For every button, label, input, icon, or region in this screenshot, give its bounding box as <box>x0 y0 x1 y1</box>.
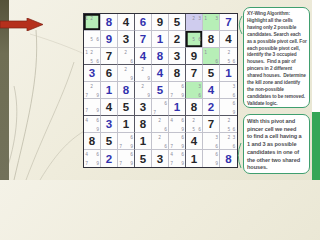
cell-r6c3[interactable]: 5 <box>118 99 135 116</box>
candidate-marks: 26 <box>152 116 168 132</box>
candidate-marks: 69 <box>203 150 219 167</box>
candidate-6: 6 <box>130 152 133 157</box>
candidate-3: 3 <box>198 16 201 21</box>
candidate-marks: 267 <box>152 133 168 149</box>
cell-r1c2[interactable]: 8 <box>101 14 118 31</box>
candidate-9: 9 <box>181 93 184 98</box>
candidate-5: 5 <box>193 127 196 132</box>
given-digit: 5 <box>169 14 185 30</box>
cell-r3c8[interactable]: 16 <box>203 48 220 65</box>
candidate-9: 9 <box>96 108 99 113</box>
given-digit: 3 <box>169 48 185 64</box>
candidate-marks: 56 <box>186 31 202 47</box>
candidate-2: 2 <box>227 50 230 55</box>
candidate-3: 3 <box>198 84 201 89</box>
cell-r9c9[interactable]: 8 <box>220 150 237 167</box>
cell-r9c1[interactable]: 4679 <box>84 150 101 167</box>
given-digit: 8 <box>84 133 100 149</box>
cell-r8c3[interactable]: 679 <box>118 133 135 150</box>
cell-r3c5[interactable]: 8 <box>152 48 169 65</box>
cell-r7c6[interactable]: 469 <box>169 116 186 133</box>
candidate-6: 6 <box>181 84 184 89</box>
candidate-marks: 4679 <box>169 150 185 167</box>
cell-r6c4[interactable]: 3 <box>135 99 152 116</box>
cell-r5c6[interactable]: 679 <box>169 82 186 99</box>
sudoku-board: 1284695231375693712568412567264839162563… <box>83 13 238 168</box>
cell-r4c1[interactable]: 3 <box>84 65 101 82</box>
cell-r3c2[interactable]: 7 <box>101 48 118 65</box>
candidate-marks: 16 <box>203 48 219 64</box>
candidate-5: 5 <box>91 37 94 42</box>
candidate-6: 6 <box>215 152 218 157</box>
candidate-2: 2 <box>193 16 196 21</box>
candidate-6: 6 <box>96 59 99 64</box>
cell-r9c4[interactable]: 5 <box>135 150 152 167</box>
candidate-7: 7 <box>85 161 88 166</box>
solved-digit: 4 <box>203 82 219 98</box>
solved-digit: 7 <box>220 14 237 30</box>
cell-r7c2[interactable]: 3 <box>101 116 118 133</box>
candidate-2: 2 <box>91 16 94 21</box>
candidate-9: 9 <box>215 161 218 166</box>
candidate-5: 5 <box>227 59 230 64</box>
candidate-marks: 69 <box>220 99 237 115</box>
candidate-2: 2 <box>227 135 230 140</box>
cell-r3c7[interactable]: 9 <box>186 48 203 65</box>
candidate-marks: 67 <box>152 99 168 115</box>
candidate-3: 3 <box>233 135 236 140</box>
candidate-9: 9 <box>130 144 133 149</box>
given-digit: 7 <box>203 116 219 132</box>
given-digit: 8 <box>169 65 185 81</box>
candidate-3: 3 <box>215 16 218 21</box>
candidate-2: 2 <box>142 67 145 72</box>
cell-r7c7[interactable]: 256 <box>186 116 203 133</box>
solved-digit: 4 <box>152 65 168 81</box>
cell-r7c9[interactable]: 2569 <box>220 116 237 133</box>
candidate-9: 9 <box>181 161 184 166</box>
cell-r3c3[interactable]: 26 <box>118 48 135 65</box>
candidate-6: 6 <box>130 59 133 64</box>
cell-r2c3[interactable]: 3 <box>118 31 135 48</box>
candidate-marks: 13 <box>203 14 219 30</box>
cell-r4c7[interactable]: 7 <box>186 65 203 82</box>
candidate-marks: 12 <box>84 14 100 30</box>
candidate-9: 9 <box>181 144 184 149</box>
cell-r2c1[interactable]: 56 <box>84 31 101 48</box>
candidate-3: 3 <box>233 84 236 89</box>
candidate-6: 6 <box>181 135 184 140</box>
candidate-2: 2 <box>91 50 94 55</box>
cell-r1c9[interactable]: 7 <box>220 14 237 31</box>
candidate-9: 9 <box>96 93 99 98</box>
cell-r7c3[interactable]: 1 <box>118 116 135 133</box>
cell-r4c2[interactable]: 6 <box>101 65 118 82</box>
candidate-6: 6 <box>233 93 236 98</box>
solved-digit: 8 <box>118 82 134 98</box>
candidate-marks: 29 <box>118 65 134 81</box>
solved-digit: 8 <box>101 14 117 30</box>
solved-digit: 9 <box>101 31 117 47</box>
cell-r1c5[interactable]: 9 <box>152 14 169 31</box>
candidate-2: 2 <box>193 118 196 123</box>
solved-digit: 1 <box>152 31 168 47</box>
candidate-marks: 23 <box>186 14 202 30</box>
candidate-2: 2 <box>125 67 128 72</box>
cell-r1c6[interactable]: 5 <box>169 14 186 31</box>
candidate-marks: 279 <box>84 82 100 98</box>
given-digit: 1 <box>118 116 134 132</box>
candidate-marks: 2369 <box>220 133 237 149</box>
cell-r6c8[interactable]: 2 <box>203 99 220 116</box>
candidate-9: 9 <box>147 76 150 81</box>
candidate-marks: 79 <box>84 99 100 115</box>
cell-r8c7[interactable]: 4 <box>186 133 203 150</box>
candidate-6: 6 <box>233 144 236 149</box>
solved-digit: 3 <box>84 65 100 81</box>
cell-r1c1[interactable]: 12 <box>84 14 101 31</box>
candidate-marks: 4679 <box>84 150 100 167</box>
candidate-marks: 29 <box>135 65 151 81</box>
candidate-marks: 679 <box>169 82 185 98</box>
cell-r2c5[interactable]: 1 <box>152 31 169 48</box>
cell-r2c8[interactable]: 8 <box>203 31 220 48</box>
cell-r4c4[interactable]: 29 <box>135 65 152 82</box>
cell-r4c5[interactable]: 4 <box>152 65 169 82</box>
cell-r1c7[interactable]: 23 <box>186 14 203 31</box>
cell-r2c2[interactable]: 9 <box>101 31 118 48</box>
candidate-2: 2 <box>142 84 145 89</box>
candidate-7: 7 <box>85 93 88 98</box>
solved-digit: 7 <box>135 31 151 47</box>
candidate-marks: 256 <box>220 48 237 64</box>
candidate-1: 1 <box>85 50 88 55</box>
solved-digit: 6 <box>135 14 151 30</box>
cell-r6c9[interactable]: 69 <box>220 99 237 116</box>
cell-r7c4[interactable]: 8 <box>135 116 152 133</box>
cell-r8c1[interactable]: 8 <box>84 133 101 150</box>
step-note: With this pivot and pincer cell we need … <box>243 114 310 174</box>
cell-r6c5[interactable]: 67 <box>152 99 169 116</box>
cell-r9c2[interactable]: 2 <box>101 150 118 167</box>
solved-digit: 5 <box>152 82 168 98</box>
candidate-6: 6 <box>215 59 218 64</box>
candidate-marks: 469 <box>84 116 100 132</box>
cell-r3c4[interactable]: 4 <box>135 48 152 65</box>
candidate-marks: 679 <box>118 150 134 167</box>
candidate-7: 7 <box>170 161 173 166</box>
candidate-4: 4 <box>170 118 173 123</box>
candidate-9: 9 <box>147 93 150 98</box>
cell-r8c6[interactable]: 679 <box>169 133 186 150</box>
cell-r5c9[interactable]: 369 <box>220 82 237 99</box>
candidate-9: 9 <box>130 161 133 166</box>
cell-r2c4[interactable]: 7 <box>135 31 152 48</box>
given-digit: 5 <box>203 65 219 81</box>
given-digit: 5 <box>101 133 117 149</box>
candidate-marks: 369 <box>203 133 219 149</box>
given-digit: 6 <box>101 65 117 81</box>
solved-digit: 1 <box>220 65 237 81</box>
candidate-marks: 469 <box>169 116 185 132</box>
candidate-6: 6 <box>233 127 236 132</box>
cell-r6c2[interactable]: 4 <box>101 99 118 116</box>
candidate-2: 2 <box>91 84 94 89</box>
given-digit: 7 <box>101 48 117 64</box>
given-digit: 3 <box>118 31 134 47</box>
cell-r5c1[interactable]: 279 <box>84 82 101 99</box>
candidate-6: 6 <box>233 59 236 64</box>
candidate-7: 7 <box>119 161 122 166</box>
candidate-6: 6 <box>164 101 167 106</box>
candidate-2: 2 <box>159 135 162 140</box>
cell-r5c8[interactable]: 4 <box>203 82 220 99</box>
given-digit: 4 <box>186 133 202 149</box>
candidate-2: 2 <box>159 118 162 123</box>
candidate-marks: 256 <box>186 116 202 132</box>
given-digit: 3 <box>152 150 168 167</box>
candidate-5: 5 <box>91 59 94 64</box>
cell-r4c9[interactable]: 1 <box>220 65 237 82</box>
cell-r5c3[interactable]: 8 <box>118 82 135 99</box>
cell-r8c4[interactable]: 1 <box>135 133 152 150</box>
cell-r9c3[interactable]: 679 <box>118 150 135 167</box>
cell-r3c9[interactable]: 256 <box>220 48 237 65</box>
cell-r9c6[interactable]: 4679 <box>169 150 186 167</box>
given-digit: 4 <box>101 99 117 115</box>
solved-digit: 2 <box>203 99 219 115</box>
candidate-6: 6 <box>96 152 99 157</box>
cell-r7c8[interactable]: 7 <box>203 116 220 133</box>
solved-digit: 3 <box>101 116 117 132</box>
right-edge-bar-green <box>312 112 320 180</box>
solved-digit: 2 <box>101 150 117 167</box>
cell-r2c9[interactable]: 4 <box>220 31 237 48</box>
cell-r9c5[interactable]: 3 <box>152 150 169 167</box>
candidate-4: 4 <box>170 152 173 157</box>
cell-r2c6[interactable]: 2 <box>169 31 186 48</box>
given-digit: 4 <box>220 31 237 47</box>
candidate-5: 5 <box>193 37 196 42</box>
candidate-7: 7 <box>119 144 122 149</box>
cell-r9c7[interactable]: 1 <box>186 150 203 167</box>
candidate-4: 4 <box>85 118 88 123</box>
given-digit: 5 <box>118 99 134 115</box>
cell-r1c3[interactable]: 4 <box>118 14 135 31</box>
cell-r8c2[interactable]: 5 <box>101 133 118 150</box>
candidate-9: 9 <box>130 76 133 81</box>
solved-digit: 4 <box>135 48 151 64</box>
candidate-9: 9 <box>233 110 236 115</box>
cell-r8c5[interactable]: 267 <box>152 133 169 150</box>
solved-digit: 1 <box>169 99 185 115</box>
candidate-6: 6 <box>96 37 99 42</box>
right-edge-bar-white <box>312 0 320 112</box>
pointer-arrow-icon <box>0 18 44 31</box>
cell-r7c1[interactable]: 469 <box>84 116 101 133</box>
given-digit: 5 <box>135 150 151 167</box>
cell-r7c5[interactable]: 26 <box>152 116 169 133</box>
given-digit: 9 <box>152 14 168 30</box>
given-digit: 1 <box>186 150 202 167</box>
candidate-7: 7 <box>153 110 156 115</box>
given-digit: 7 <box>186 65 202 81</box>
candidate-6: 6 <box>130 135 133 140</box>
given-digit: 2 <box>169 31 185 47</box>
candidate-2: 2 <box>227 118 230 123</box>
candidate-2: 2 <box>125 50 128 55</box>
cell-r6c1[interactable]: 79 <box>84 99 101 116</box>
candidate-7: 7 <box>85 108 88 113</box>
candidate-6: 6 <box>96 118 99 123</box>
candidate-marks: 679 <box>118 133 134 149</box>
candidate-9: 9 <box>96 161 99 166</box>
candidate-7: 7 <box>170 93 173 98</box>
cell-r4c8[interactable]: 5 <box>203 65 220 82</box>
candidate-7: 7 <box>170 144 173 149</box>
cell-r2c7[interactable]: 56 <box>186 31 203 48</box>
cell-r3c6[interactable]: 3 <box>169 48 186 65</box>
candidate-4: 4 <box>85 152 88 157</box>
candidate-marks: 56 <box>84 31 100 47</box>
cell-r3c1[interactable]: 1256 <box>84 48 101 65</box>
solved-digit: 8 <box>220 150 237 167</box>
presentation-slide: { "game": "sudoku", "technique_label": "… <box>0 0 320 180</box>
candidate-6: 6 <box>198 127 201 132</box>
cell-r5c7[interactable]: 36 <box>186 82 203 99</box>
given-digit: 8 <box>203 31 219 47</box>
candidate-marks: 36 <box>186 82 202 98</box>
candidate-1: 1 <box>204 50 207 55</box>
candidate-1: 1 <box>204 16 207 21</box>
candidate-9: 9 <box>181 127 184 132</box>
cell-r1c8[interactable]: 13 <box>203 14 220 31</box>
cell-r1c4[interactable]: 6 <box>135 14 152 31</box>
cell-r5c4[interactable]: 29 <box>135 82 152 99</box>
given-digit: 8 <box>186 99 202 115</box>
cell-r4c6[interactable]: 8 <box>169 65 186 82</box>
cell-r4c3[interactable]: 29 <box>118 65 135 82</box>
cell-r5c5[interactable]: 5 <box>152 82 169 99</box>
candidate-1: 1 <box>85 16 88 21</box>
candidate-6: 6 <box>233 101 236 106</box>
cell-r6c7[interactable]: 8 <box>186 99 203 116</box>
candidate-marks: 1256 <box>84 48 100 64</box>
candidate-5: 5 <box>227 127 230 132</box>
candidate-marks: 369 <box>220 82 237 98</box>
cell-r8c8[interactable]: 369 <box>203 133 220 150</box>
candidate-6: 6 <box>198 37 201 42</box>
cell-r5c2[interactable]: 1 <box>101 82 118 99</box>
candidate-marks: 26 <box>118 48 134 64</box>
cell-r9c8[interactable]: 69 <box>203 150 220 167</box>
candidate-9: 9 <box>96 127 99 132</box>
cell-r8c9[interactable]: 2369 <box>220 133 237 150</box>
candidate-3: 3 <box>215 135 218 140</box>
solved-digit: 1 <box>101 82 117 98</box>
candidate-6: 6 <box>181 152 184 157</box>
candidate-marks: 679 <box>169 133 185 149</box>
given-digit: 9 <box>186 48 202 64</box>
candidate-6: 6 <box>164 144 167 149</box>
candidate-6: 6 <box>164 127 167 132</box>
candidate-6: 6 <box>215 144 218 149</box>
candidate-6: 6 <box>198 93 201 98</box>
candidate-marks: 29 <box>135 82 151 98</box>
given-digit: 1 <box>135 133 151 149</box>
algorithm-note: XY-Wing Algorithm: Highlight all the cel… <box>243 7 310 108</box>
solved-digit: 8 <box>152 48 168 64</box>
candidate-marks: 2569 <box>220 116 237 132</box>
cell-r6c6[interactable]: 1 <box>169 99 186 116</box>
given-digit: 3 <box>135 99 151 115</box>
given-digit: 8 <box>135 116 151 132</box>
given-digit: 4 <box>118 14 134 30</box>
candidate-6: 6 <box>181 118 184 123</box>
